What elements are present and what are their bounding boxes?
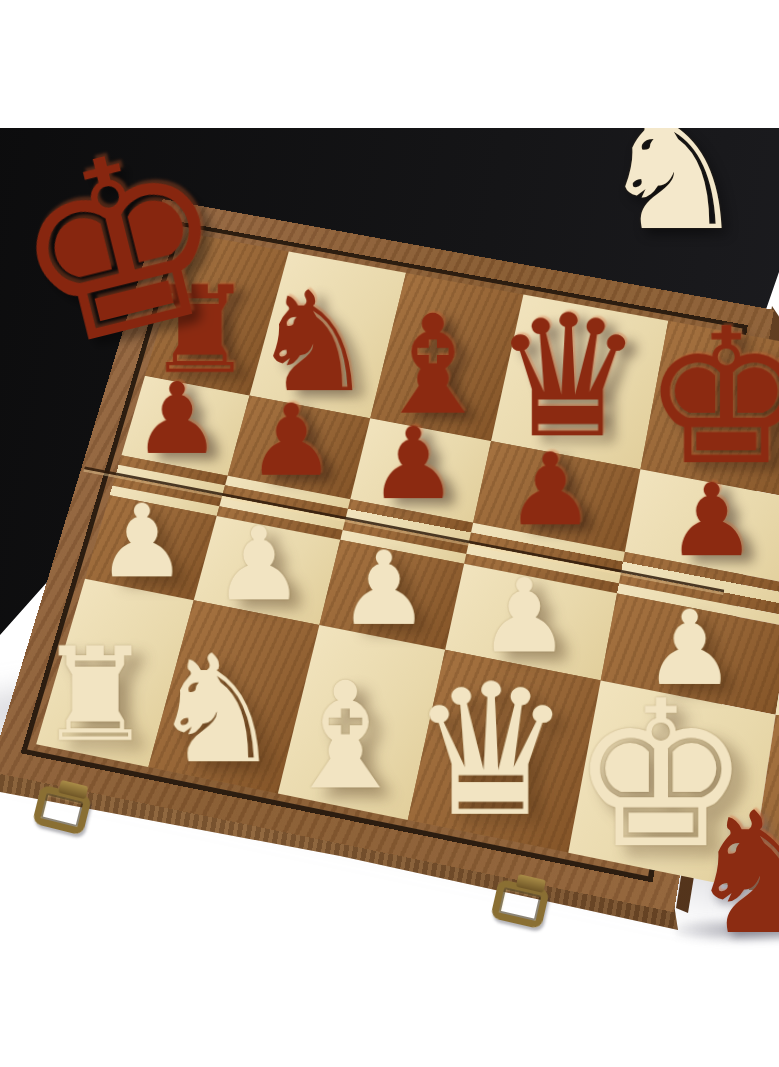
- product-photo-stage: ♞ ♜♞♝♛♚♝♞♜♟♟♟♟♟♟♟♟♟♟♟♟♟♟♟♟♜♞♝♛♚♝♞♜ ♚ ♞: [0, 0, 779, 1067]
- clasp-left: [32, 784, 92, 835]
- loose-white-knight-icon: ♞: [598, 86, 749, 254]
- loose-red-knight-icon: ♞: [684, 790, 779, 958]
- piece-cream-pawn-b2[interactable]: ♟: [213, 518, 304, 611]
- piece-cream-pawn-a2[interactable]: ♟: [96, 496, 187, 589]
- piece-red-pawn-e7[interactable]: ♟: [666, 474, 756, 567]
- piece-cream-pawn-c2[interactable]: ♟: [339, 543, 430, 637]
- piece-red-pawn-b7[interactable]: ♟: [247, 395, 336, 486]
- piece-red-king-e8[interactable]: ♚: [642, 312, 779, 485]
- piece-cream-bishop-c1[interactable]: ♝: [280, 670, 412, 806]
- piece-cream-queen-d1[interactable]: ♛: [409, 667, 572, 835]
- piece-red-pawn-c7[interactable]: ♟: [369, 418, 458, 509]
- piece-red-pawn-a7[interactable]: ♟: [133, 374, 221, 465]
- piece-red-pawn-d7[interactable]: ♟: [506, 444, 596, 536]
- piece-cream-rook-a1[interactable]: ♜: [37, 635, 153, 754]
- piece-cream-knight-b1[interactable]: ♞: [150, 642, 283, 779]
- square-e7[interactable]: ♟: [625, 469, 779, 584]
